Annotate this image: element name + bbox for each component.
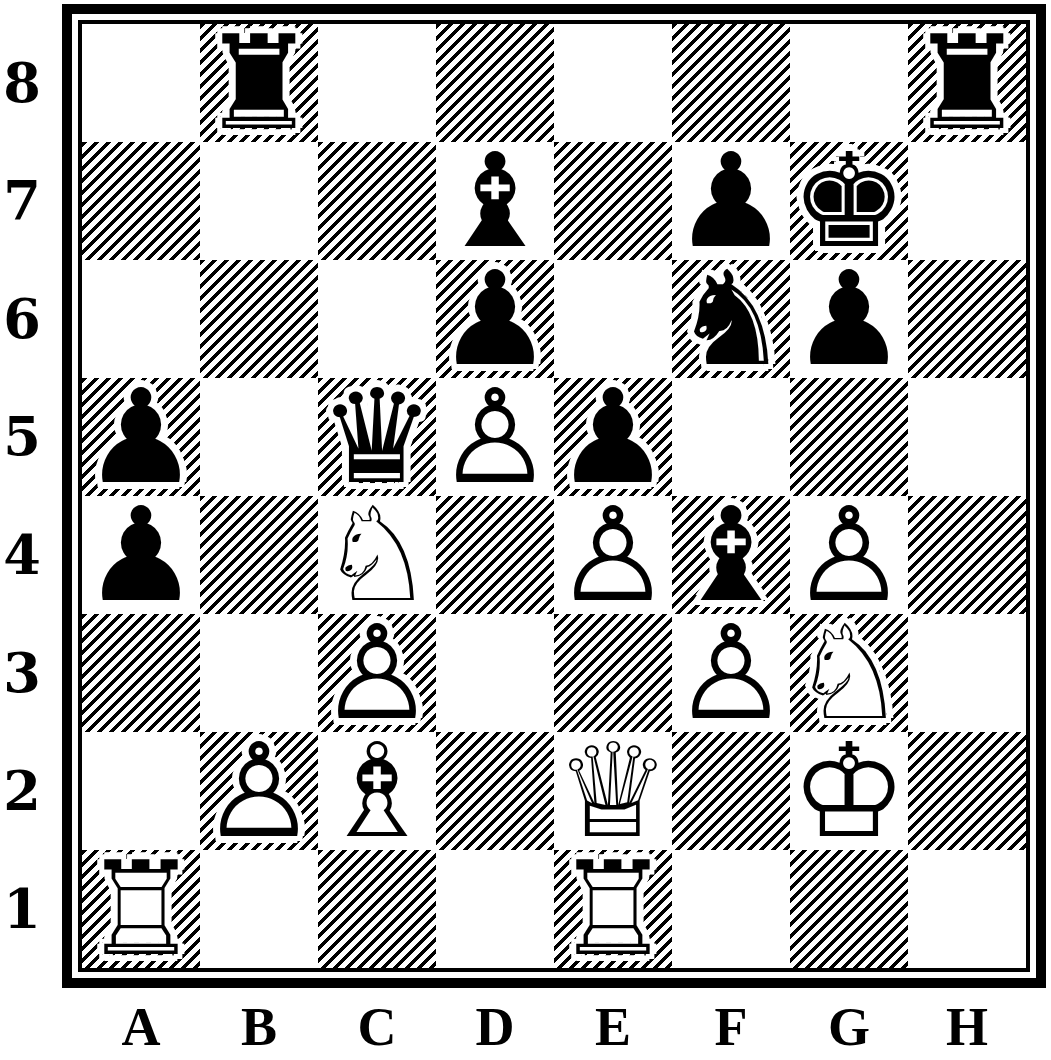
white-rook[interactable]: ♖: [82, 850, 200, 968]
rank-label-5: 5: [0, 378, 44, 496]
black-pawn[interactable]: ♟: [82, 496, 200, 614]
rank-labels: 87654321: [0, 24, 44, 968]
rank-label-8: 8: [0, 24, 44, 142]
square-h7[interactable]: [908, 142, 1026, 260]
square-h1[interactable]: [908, 850, 1026, 968]
square-a4[interactable]: ♟♟: [82, 496, 200, 614]
square-c1[interactable]: [318, 850, 436, 968]
square-e1[interactable]: ♜♖: [554, 850, 672, 968]
square-c7[interactable]: [318, 142, 436, 260]
square-d4[interactable]: [436, 496, 554, 614]
square-h5[interactable]: [908, 378, 1026, 496]
square-a1[interactable]: ♜♖: [82, 850, 200, 968]
board-grid: ♜♜♜♜♝♝♟♟♚♚♟♟♞♞♟♟♟♟♛♛♟♙♟♟♟♟♞♘♟♙♝♝♟♙♟♙♟♙♞♘…: [82, 24, 1026, 968]
square-g1[interactable]: [790, 850, 908, 968]
square-f2[interactable]: [672, 732, 790, 850]
file-label-c: C: [318, 998, 436, 1056]
file-label-a: A: [82, 998, 200, 1056]
white-king[interactable]: ♔: [790, 732, 908, 850]
file-label-h: H: [908, 998, 1026, 1056]
square-h4[interactable]: [908, 496, 1026, 614]
square-b1[interactable]: [200, 850, 318, 968]
square-b7[interactable]: [200, 142, 318, 260]
square-b8[interactable]: ♜♜: [200, 24, 318, 142]
rank-label-2: 2: [0, 732, 44, 850]
black-knight[interactable]: ♞: [672, 260, 790, 378]
black-rook[interactable]: ♜: [908, 24, 1026, 142]
chess-board: ♜♜♜♜♝♝♟♟♚♚♟♟♞♞♟♟♟♟♛♛♟♙♟♟♟♟♞♘♟♙♝♝♟♙♟♙♟♙♞♘…: [62, 4, 1046, 988]
square-d5[interactable]: ♟♙: [436, 378, 554, 496]
square-h2[interactable]: [908, 732, 1026, 850]
file-label-g: G: [790, 998, 908, 1056]
file-label-d: D: [436, 998, 554, 1056]
board-playing-area: ♜♜♜♜♝♝♟♟♚♚♟♟♞♞♟♟♟♟♛♛♟♙♟♟♟♟♞♘♟♙♝♝♟♙♟♙♟♙♞♘…: [78, 20, 1030, 972]
square-b4[interactable]: [200, 496, 318, 614]
square-f6[interactable]: ♞♞: [672, 260, 790, 378]
square-b6[interactable]: [200, 260, 318, 378]
square-h8[interactable]: ♜♜: [908, 24, 1026, 142]
square-c8[interactable]: [318, 24, 436, 142]
rank-label-1: 1: [0, 850, 44, 968]
square-b5[interactable]: [200, 378, 318, 496]
square-f3[interactable]: ♟♙: [672, 614, 790, 732]
rank-label-7: 7: [0, 142, 44, 260]
file-label-f: F: [672, 998, 790, 1056]
rank-label-3: 3: [0, 614, 44, 732]
square-g6[interactable]: ♟♟: [790, 260, 908, 378]
square-e7[interactable]: [554, 142, 672, 260]
square-g2[interactable]: ♚♔: [790, 732, 908, 850]
white-rook[interactable]: ♖: [554, 850, 672, 968]
white-pawn[interactable]: ♙: [436, 378, 554, 496]
square-d1[interactable]: [436, 850, 554, 968]
file-label-b: B: [200, 998, 318, 1056]
white-pawn[interactable]: ♙: [554, 496, 672, 614]
square-b2[interactable]: ♟♙: [200, 732, 318, 850]
white-pawn[interactable]: ♙: [672, 614, 790, 732]
square-a8[interactable]: [82, 24, 200, 142]
square-h3[interactable]: [908, 614, 1026, 732]
square-f1[interactable]: [672, 850, 790, 968]
square-a7[interactable]: [82, 142, 200, 260]
white-bishop[interactable]: ♗: [318, 732, 436, 850]
square-h6[interactable]: [908, 260, 1026, 378]
file-labels: ABCDEFGH: [82, 998, 1026, 1056]
rank-label-4: 4: [0, 496, 44, 614]
black-rook[interactable]: ♜: [200, 24, 318, 142]
square-a3[interactable]: [82, 614, 200, 732]
square-c2[interactable]: ♝♗: [318, 732, 436, 850]
rank-label-6: 6: [0, 260, 44, 378]
square-d3[interactable]: [436, 614, 554, 732]
square-e8[interactable]: [554, 24, 672, 142]
file-label-e: E: [554, 998, 672, 1056]
square-e4[interactable]: ♟♙: [554, 496, 672, 614]
white-pawn[interactable]: ♙: [200, 732, 318, 850]
black-pawn[interactable]: ♟: [790, 260, 908, 378]
square-d2[interactable]: [436, 732, 554, 850]
